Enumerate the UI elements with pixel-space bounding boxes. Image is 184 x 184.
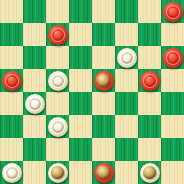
square-e2[interactable] [92,138,115,161]
square-b7[interactable] [23,23,46,46]
square-a1[interactable] [0,161,23,184]
square-b4[interactable] [23,92,46,115]
square-e7[interactable] [92,23,115,46]
square-a3[interactable] [0,115,23,138]
square-e3[interactable] [92,115,115,138]
square-e8[interactable] [92,0,115,23]
square-d8[interactable] [69,0,92,23]
square-g3[interactable] [138,115,161,138]
square-g4[interactable] [138,92,161,115]
square-f5[interactable] [115,69,138,92]
red-man[interactable] [2,71,22,91]
square-g2[interactable] [138,138,161,161]
square-e1[interactable] [92,161,115,184]
square-b3[interactable] [23,115,46,138]
square-f4[interactable] [115,92,138,115]
square-e5[interactable] [92,69,115,92]
square-f1[interactable] [115,161,138,184]
square-a6[interactable] [0,46,23,69]
square-f2[interactable] [115,138,138,161]
square-h2[interactable] [161,138,184,161]
square-e4[interactable] [92,92,115,115]
square-d1[interactable] [69,161,92,184]
square-c8[interactable] [46,0,69,23]
square-b2[interactable] [23,138,46,161]
square-h7[interactable] [161,23,184,46]
square-h3[interactable] [161,115,184,138]
square-d7[interactable] [69,23,92,46]
square-e6[interactable] [92,46,115,69]
white-man[interactable] [25,94,45,114]
square-g8[interactable] [138,0,161,23]
white-king[interactable] [140,163,160,183]
square-a7[interactable] [0,23,23,46]
checkers-board [0,0,184,184]
square-h8[interactable] [161,0,184,23]
square-g6[interactable] [138,46,161,69]
square-c6[interactable] [46,46,69,69]
square-f6[interactable] [115,46,138,69]
square-d5[interactable] [69,69,92,92]
square-h5[interactable] [161,69,184,92]
square-a4[interactable] [0,92,23,115]
square-h1[interactable] [161,161,184,184]
square-g7[interactable] [138,23,161,46]
square-c1[interactable] [46,161,69,184]
square-c3[interactable] [46,115,69,138]
white-man[interactable] [48,117,68,137]
square-c4[interactable] [46,92,69,115]
red-man[interactable] [163,2,183,22]
square-g1[interactable] [138,161,161,184]
red-king[interactable] [94,71,114,91]
square-d6[interactable] [69,46,92,69]
square-f8[interactable] [115,0,138,23]
red-man[interactable] [48,25,68,45]
square-a5[interactable] [0,69,23,92]
square-h6[interactable] [161,46,184,69]
white-man[interactable] [48,71,68,91]
red-king[interactable] [94,163,114,183]
white-king[interactable] [48,163,68,183]
square-b1[interactable] [23,161,46,184]
square-b8[interactable] [23,0,46,23]
square-f3[interactable] [115,115,138,138]
white-man[interactable] [2,163,22,183]
square-d3[interactable] [69,115,92,138]
square-b6[interactable] [23,46,46,69]
square-c2[interactable] [46,138,69,161]
square-a2[interactable] [0,138,23,161]
square-d4[interactable] [69,92,92,115]
red-man[interactable] [140,71,160,91]
square-a8[interactable] [0,0,23,23]
square-h4[interactable] [161,92,184,115]
square-b5[interactable] [23,69,46,92]
white-man[interactable] [117,48,137,68]
red-man[interactable] [163,48,183,68]
square-f7[interactable] [115,23,138,46]
square-d2[interactable] [69,138,92,161]
square-c7[interactable] [46,23,69,46]
square-g5[interactable] [138,69,161,92]
square-c5[interactable] [46,69,69,92]
